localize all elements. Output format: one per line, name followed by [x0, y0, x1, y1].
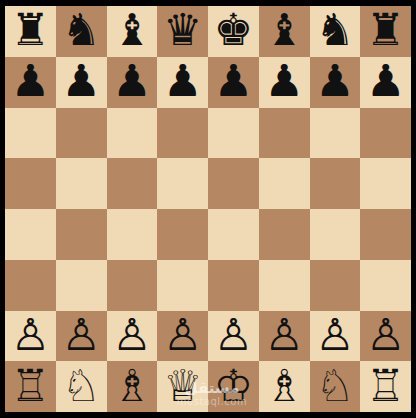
white-bishop-piece: ♗: [112, 364, 151, 408]
black-king-piece: ♚: [214, 8, 253, 52]
square-g1[interactable]: ♘: [310, 361, 361, 412]
square-c4[interactable]: [107, 209, 158, 260]
square-c2[interactable]: ♙: [107, 311, 158, 362]
white-pawn-piece: ♙: [214, 313, 253, 357]
chess-board: ♜♞♝♛♚♝♞♜♟♟♟♟♟♟♟♟♙♙♙♙♙♙♙♙♖♘♗♕♔♗♘♖: [5, 6, 411, 412]
square-c8[interactable]: ♝: [107, 6, 158, 57]
square-c5[interactable]: [107, 158, 158, 209]
square-h5[interactable]: [360, 158, 411, 209]
square-e1[interactable]: ♔: [208, 361, 259, 412]
square-g7[interactable]: ♟: [310, 57, 361, 108]
white-knight-piece: ♘: [315, 364, 354, 408]
square-b8[interactable]: ♞: [56, 6, 107, 57]
white-pawn-piece: ♙: [11, 313, 50, 357]
square-h1[interactable]: ♖: [360, 361, 411, 412]
chess-board-frame: ♜♞♝♛♚♝♞♜♟♟♟♟♟♟♟♟♙♙♙♙♙♙♙♙♖♘♗♕♔♗♘♖ مستقل m…: [0, 0, 416, 418]
square-e8[interactable]: ♚: [208, 6, 259, 57]
white-pawn-piece: ♙: [112, 313, 151, 357]
square-e6[interactable]: [208, 108, 259, 159]
square-e7[interactable]: ♟: [208, 57, 259, 108]
white-queen-piece: ♕: [163, 364, 202, 408]
square-b1[interactable]: ♘: [56, 361, 107, 412]
square-d6[interactable]: [157, 108, 208, 159]
white-bishop-piece: ♗: [264, 364, 303, 408]
square-h4[interactable]: [360, 209, 411, 260]
white-rook-piece: ♖: [366, 364, 405, 408]
white-pawn-piece: ♙: [264, 313, 303, 357]
square-d2[interactable]: ♙: [157, 311, 208, 362]
square-a6[interactable]: [5, 108, 56, 159]
black-rook-piece: ♜: [366, 8, 405, 52]
black-pawn-piece: ♟: [163, 59, 202, 103]
square-c7[interactable]: ♟: [107, 57, 158, 108]
square-c1[interactable]: ♗: [107, 361, 158, 412]
square-d1[interactable]: ♕: [157, 361, 208, 412]
black-bishop-piece: ♝: [264, 8, 303, 52]
square-g5[interactable]: [310, 158, 361, 209]
white-pawn-piece: ♙: [315, 313, 354, 357]
square-b5[interactable]: [56, 158, 107, 209]
square-e4[interactable]: [208, 209, 259, 260]
square-e5[interactable]: [208, 158, 259, 209]
square-f2[interactable]: ♙: [259, 311, 310, 362]
square-c6[interactable]: [107, 108, 158, 159]
square-f4[interactable]: [259, 209, 310, 260]
square-d5[interactable]: [157, 158, 208, 209]
square-d3[interactable]: [157, 260, 208, 311]
square-a1[interactable]: ♖: [5, 361, 56, 412]
square-a3[interactable]: [5, 260, 56, 311]
square-a4[interactable]: [5, 209, 56, 260]
square-g8[interactable]: ♞: [310, 6, 361, 57]
square-a7[interactable]: ♟: [5, 57, 56, 108]
square-a5[interactable]: [5, 158, 56, 209]
square-f5[interactable]: [259, 158, 310, 209]
square-d4[interactable]: [157, 209, 208, 260]
square-h8[interactable]: ♜: [360, 6, 411, 57]
square-f1[interactable]: ♗: [259, 361, 310, 412]
square-g2[interactable]: ♙: [310, 311, 361, 362]
black-knight-piece: ♞: [315, 8, 354, 52]
square-g4[interactable]: [310, 209, 361, 260]
square-b3[interactable]: [56, 260, 107, 311]
white-knight-piece: ♘: [61, 364, 100, 408]
black-queen-piece: ♛: [163, 8, 202, 52]
white-pawn-piece: ♙: [163, 313, 202, 357]
white-pawn-piece: ♙: [366, 313, 405, 357]
square-h6[interactable]: [360, 108, 411, 159]
square-b7[interactable]: ♟: [56, 57, 107, 108]
black-pawn-piece: ♟: [214, 59, 253, 103]
black-pawn-piece: ♟: [315, 59, 354, 103]
white-rook-piece: ♖: [11, 364, 50, 408]
black-pawn-piece: ♟: [112, 59, 151, 103]
square-d7[interactable]: ♟: [157, 57, 208, 108]
square-f7[interactable]: ♟: [259, 57, 310, 108]
square-h7[interactable]: ♟: [360, 57, 411, 108]
square-h2[interactable]: ♙: [360, 311, 411, 362]
square-d8[interactable]: ♛: [157, 6, 208, 57]
square-h3[interactable]: [360, 260, 411, 311]
square-f6[interactable]: [259, 108, 310, 159]
square-b6[interactable]: [56, 108, 107, 159]
black-bishop-piece: ♝: [112, 8, 151, 52]
square-f8[interactable]: ♝: [259, 6, 310, 57]
white-king-piece: ♔: [214, 364, 253, 408]
square-b2[interactable]: ♙: [56, 311, 107, 362]
black-pawn-piece: ♟: [366, 59, 405, 103]
square-g6[interactable]: [310, 108, 361, 159]
square-b4[interactable]: [56, 209, 107, 260]
square-a8[interactable]: ♜: [5, 6, 56, 57]
black-rook-piece: ♜: [11, 8, 50, 52]
black-pawn-piece: ♟: [61, 59, 100, 103]
white-pawn-piece: ♙: [61, 313, 100, 357]
square-a2[interactable]: ♙: [5, 311, 56, 362]
square-e2[interactable]: ♙: [208, 311, 259, 362]
square-c3[interactable]: [107, 260, 158, 311]
square-e3[interactable]: [208, 260, 259, 311]
square-g3[interactable]: [310, 260, 361, 311]
square-f3[interactable]: [259, 260, 310, 311]
black-pawn-piece: ♟: [11, 59, 50, 103]
black-knight-piece: ♞: [61, 8, 100, 52]
black-pawn-piece: ♟: [264, 59, 303, 103]
